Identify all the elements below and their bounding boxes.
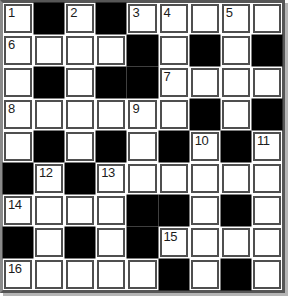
entry-cell-r1c3[interactable]: 2 bbox=[66, 4, 94, 33]
entry-cell-r9c9[interactable] bbox=[253, 260, 281, 289]
entry-cell-r7c4[interactable] bbox=[97, 196, 125, 225]
clue-number-1: 1 bbox=[8, 6, 15, 19]
block-cell-r3c5 bbox=[128, 68, 156, 97]
block-cell-r6c3 bbox=[66, 164, 94, 193]
entry-cell-r4c4[interactable] bbox=[97, 100, 125, 129]
entry-cell-r4c3[interactable] bbox=[66, 100, 94, 129]
entry-cell-r2c3[interactable] bbox=[66, 36, 94, 65]
clue-number-4: 4 bbox=[164, 6, 171, 19]
entry-cell-r6c2[interactable]: 12 bbox=[35, 164, 63, 193]
entry-cell-r2c4[interactable] bbox=[97, 36, 125, 65]
entry-cell-r9c5[interactable] bbox=[128, 260, 156, 289]
block-cell-r9c6 bbox=[160, 260, 188, 289]
clue-number-13: 13 bbox=[101, 166, 114, 179]
block-cell-r7c6 bbox=[160, 196, 188, 225]
entry-cell-r2c6[interactable] bbox=[160, 36, 188, 65]
block-cell-r5c6 bbox=[160, 132, 188, 161]
block-cell-r2c5 bbox=[128, 36, 156, 65]
entry-cell-r9c3[interactable] bbox=[66, 260, 94, 289]
entry-cell-r9c1[interactable]: 16 bbox=[4, 260, 32, 289]
entry-cell-r4c5[interactable]: 9 bbox=[128, 100, 156, 129]
entry-cell-r1c6[interactable]: 4 bbox=[160, 4, 188, 33]
entry-cell-r5c1[interactable] bbox=[4, 132, 32, 161]
puzzle-board: 12345678910111213141516 bbox=[0, 0, 285, 293]
block-cell-r9c8 bbox=[222, 260, 250, 289]
entry-cell-r7c1[interactable]: 14 bbox=[4, 196, 32, 225]
entry-cell-r4c1[interactable]: 8 bbox=[4, 100, 32, 129]
entry-cell-r3c1[interactable] bbox=[4, 68, 32, 97]
entry-cell-r5c9[interactable]: 11 bbox=[253, 132, 281, 161]
block-cell-r8c5 bbox=[128, 228, 156, 257]
entry-cell-r8c6[interactable]: 15 bbox=[160, 228, 188, 257]
entry-cell-r7c2[interactable] bbox=[35, 196, 63, 225]
clue-number-16: 16 bbox=[8, 262, 21, 275]
clue-number-10: 10 bbox=[195, 134, 208, 147]
block-cell-r8c3 bbox=[66, 228, 94, 257]
entry-cell-r9c7[interactable] bbox=[191, 260, 219, 289]
entry-cell-r7c7[interactable] bbox=[191, 196, 219, 225]
entry-cell-r6c7[interactable] bbox=[191, 164, 219, 193]
block-cell-r7c5 bbox=[128, 196, 156, 225]
clue-number-14: 14 bbox=[8, 198, 21, 211]
block-cell-r5c2 bbox=[35, 132, 63, 161]
entry-cell-r4c8[interactable] bbox=[222, 100, 250, 129]
entry-cell-r8c8[interactable] bbox=[222, 228, 250, 257]
entry-cell-r3c8[interactable] bbox=[222, 68, 250, 97]
entry-cell-r1c1[interactable]: 1 bbox=[4, 4, 32, 33]
entry-cell-r7c3[interactable] bbox=[66, 196, 94, 225]
entry-cell-r3c6[interactable]: 7 bbox=[160, 68, 188, 97]
entry-cell-r2c1[interactable]: 6 bbox=[4, 36, 32, 65]
clue-number-12: 12 bbox=[39, 166, 52, 179]
clue-number-7: 7 bbox=[164, 70, 171, 83]
entry-cell-r3c3[interactable] bbox=[66, 68, 94, 97]
block-cell-r2c9 bbox=[253, 36, 281, 65]
entry-cell-r2c8[interactable] bbox=[222, 36, 250, 65]
clue-number-5: 5 bbox=[226, 6, 233, 19]
block-cell-r4c7 bbox=[191, 100, 219, 129]
entry-cell-r8c4[interactable] bbox=[97, 228, 125, 257]
entry-cell-r6c6[interactable] bbox=[160, 164, 188, 193]
block-cell-r2c7 bbox=[191, 36, 219, 65]
entry-cell-r3c9[interactable] bbox=[253, 68, 281, 97]
entry-cell-r1c5[interactable]: 3 bbox=[128, 4, 156, 33]
block-cell-r3c4 bbox=[97, 68, 125, 97]
block-cell-r8c1 bbox=[4, 228, 32, 257]
block-cell-r1c4 bbox=[97, 4, 125, 33]
block-cell-r5c4 bbox=[97, 132, 125, 161]
block-cell-r4c9 bbox=[253, 100, 281, 129]
crossword-grid: 12345678910111213141516 bbox=[3, 3, 282, 290]
entry-cell-r1c7[interactable] bbox=[191, 4, 219, 33]
entry-cell-r8c7[interactable] bbox=[191, 228, 219, 257]
entry-cell-r5c7[interactable]: 10 bbox=[191, 132, 219, 161]
entry-cell-r9c2[interactable] bbox=[35, 260, 63, 289]
block-cell-r5c8 bbox=[222, 132, 250, 161]
entry-cell-r4c6[interactable] bbox=[160, 100, 188, 129]
clue-number-11: 11 bbox=[257, 134, 270, 147]
clue-number-8: 8 bbox=[8, 102, 15, 115]
entry-cell-r6c9[interactable] bbox=[253, 164, 281, 193]
clue-number-2: 2 bbox=[70, 6, 77, 19]
entry-cell-r1c9[interactable] bbox=[253, 4, 281, 33]
entry-cell-r1c8[interactable]: 5 bbox=[222, 4, 250, 33]
block-cell-r3c2 bbox=[35, 68, 63, 97]
entry-cell-r9c4[interactable] bbox=[97, 260, 125, 289]
entry-cell-r4c2[interactable] bbox=[35, 100, 63, 129]
entry-cell-r3c7[interactable] bbox=[191, 68, 219, 97]
entry-cell-r6c8[interactable] bbox=[222, 164, 250, 193]
clue-number-3: 3 bbox=[132, 6, 139, 19]
entry-cell-r8c2[interactable] bbox=[35, 228, 63, 257]
block-cell-r7c8 bbox=[222, 196, 250, 225]
entry-cell-r5c5[interactable] bbox=[128, 132, 156, 161]
entry-cell-r8c9[interactable] bbox=[253, 228, 281, 257]
clue-number-6: 6 bbox=[8, 38, 15, 51]
clue-number-9: 9 bbox=[132, 102, 139, 115]
entry-cell-r5c3[interactable] bbox=[66, 132, 94, 161]
clue-number-15: 15 bbox=[164, 230, 177, 243]
block-cell-r6c1 bbox=[4, 164, 32, 193]
entry-cell-r7c9[interactable] bbox=[253, 196, 281, 225]
entry-cell-r6c4[interactable]: 13 bbox=[97, 164, 125, 193]
block-cell-r1c2 bbox=[35, 4, 63, 33]
entry-cell-r6c5[interactable] bbox=[128, 164, 156, 193]
entry-cell-r2c2[interactable] bbox=[35, 36, 63, 65]
